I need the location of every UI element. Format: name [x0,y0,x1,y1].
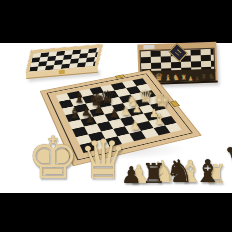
lineup-dark-bishop: ♝ [194,156,222,187]
square-a5: ♝ [65,113,80,122]
box-sticker [143,45,154,49]
lineup-dark-queen: ♛ [221,134,232,187]
letterbox-top [0,0,232,43]
piece-light-bishop: ♝ [152,112,165,127]
light-piece-row: ♚♛♟♞♝♜ [27,130,115,187]
lineup-light-king: ♚ [27,129,79,187]
lineup-dark-rook: ♜ [142,160,166,187]
brass-clasp-icon [59,70,65,75]
piece-dark-bishop: ♝ [68,106,81,120]
lineup-dark-pawn: ♟ [121,164,142,187]
piece-dark-pawn: ♟ [108,108,120,119]
piece-dark-bishop: ♝ [73,91,85,105]
folded-chess-board [24,45,98,79]
product-photo: ♚♛♝♞♜♟♟♜♞♝♛♚ ♝♚♛♝♟♟♞♛♟♟♟♟♚♟♟♝ ♚♛♟♞♝♜ ♟♜♞… [0,0,232,232]
letterbox-bottom [0,193,232,232]
piece-light-pawn: ♟ [131,103,143,114]
piece-light-pawn: ♟ [120,106,132,117]
box-window-piece-bishop: ♝ [164,74,171,82]
dark-piece-row: ♟♜♞♝♛♚ [121,126,211,187]
piece-dark-pawn: ♟ [84,113,97,124]
lineup-dark-knight: ♞ [166,156,194,187]
